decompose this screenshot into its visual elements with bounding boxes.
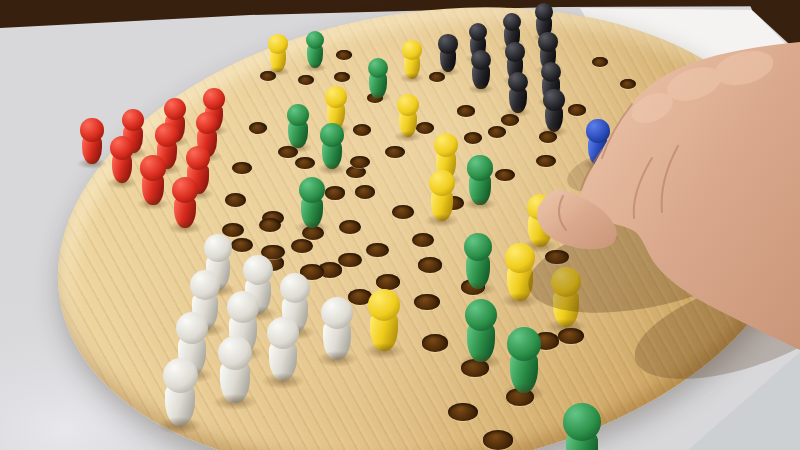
peg-head xyxy=(402,40,421,59)
peg-head xyxy=(368,58,388,78)
peg-head xyxy=(434,133,458,157)
board-hole[interactable] xyxy=(568,104,585,115)
peg-white[interactable] xyxy=(218,336,252,406)
board-hole[interactable] xyxy=(422,334,449,351)
peg-yellow[interactable] xyxy=(402,40,421,80)
peg-green[interactable] xyxy=(467,155,492,206)
peg-yellow[interactable] xyxy=(397,94,419,139)
board-hole[interactable] xyxy=(334,72,350,82)
board-hole[interactable] xyxy=(464,132,483,144)
peg-head xyxy=(471,50,491,70)
peg-head xyxy=(368,289,400,321)
peg-head xyxy=(429,170,455,196)
peg-red[interactable] xyxy=(80,118,103,166)
peg-head xyxy=(172,177,198,203)
peg-red[interactable] xyxy=(172,177,198,231)
peg-head xyxy=(535,3,553,21)
peg-blue[interactable] xyxy=(586,119,609,167)
peg-blue[interactable] xyxy=(587,187,614,242)
board-hole[interactable] xyxy=(392,205,413,219)
peg-head xyxy=(164,98,186,120)
board-hole[interactable] xyxy=(350,156,369,168)
peg-head xyxy=(438,34,457,53)
board-hole[interactable] xyxy=(592,57,607,67)
peg-head xyxy=(505,243,534,272)
peg-red[interactable] xyxy=(140,155,165,206)
board-hole[interactable] xyxy=(295,157,315,169)
peg-white[interactable] xyxy=(267,317,300,385)
peg-head xyxy=(467,155,492,180)
peg-head xyxy=(505,42,524,61)
peg-head xyxy=(503,13,521,31)
peg-head xyxy=(321,297,353,329)
peg-green[interactable] xyxy=(287,104,310,150)
board-hole[interactable] xyxy=(536,155,555,167)
board-hole[interactable] xyxy=(414,294,439,310)
board-hole[interactable] xyxy=(325,186,346,199)
board-hole[interactable] xyxy=(232,162,252,175)
board-hole[interactable] xyxy=(376,274,400,290)
peg-head xyxy=(507,327,541,361)
peg-green[interactable] xyxy=(299,177,325,231)
board-hole[interactable] xyxy=(483,430,514,450)
peg-head xyxy=(320,123,343,146)
peg-black[interactable] xyxy=(543,89,565,134)
peg-head xyxy=(465,299,497,331)
peg-head xyxy=(563,403,600,440)
peg-head xyxy=(543,89,565,111)
peg-green[interactable] xyxy=(563,403,600,450)
peg-head xyxy=(163,358,198,393)
peg-black[interactable] xyxy=(471,50,491,91)
peg-head xyxy=(203,88,225,110)
board-hole[interactable] xyxy=(338,253,361,268)
peg-green[interactable] xyxy=(465,299,497,365)
peg-white[interactable] xyxy=(321,297,353,363)
peg-head xyxy=(155,123,178,146)
peg-green[interactable] xyxy=(464,233,493,292)
peg-white[interactable] xyxy=(163,358,198,430)
peg-yellow[interactable] xyxy=(527,194,554,249)
peg-green[interactable] xyxy=(306,31,325,70)
board-hole[interactable] xyxy=(353,124,371,136)
board-hole[interactable] xyxy=(355,185,376,198)
peg-head xyxy=(243,255,273,285)
peg-head xyxy=(299,177,325,203)
peg-head xyxy=(538,32,557,51)
board-hole[interactable] xyxy=(488,126,506,138)
peg-red[interactable] xyxy=(110,136,134,185)
peg-head xyxy=(227,291,259,323)
photo-scene: chinese-checkers xyxy=(0,0,800,450)
peg-green[interactable] xyxy=(320,123,343,171)
peg-head xyxy=(397,94,419,116)
board-hole[interactable] xyxy=(336,50,351,60)
peg-head xyxy=(140,155,165,180)
board-hole[interactable] xyxy=(225,193,246,206)
peg-black[interactable] xyxy=(438,34,457,73)
peg-black[interactable] xyxy=(508,72,529,115)
board-hole[interactable] xyxy=(339,220,361,234)
peg-head xyxy=(110,136,134,160)
peg-yellow[interactable] xyxy=(268,34,287,73)
peg-yellow[interactable] xyxy=(368,289,400,354)
peg-head xyxy=(218,336,252,370)
peg-head xyxy=(268,34,287,53)
board-hole[interactable] xyxy=(385,146,404,158)
board-hole[interactable] xyxy=(457,105,474,116)
board-hole[interactable] xyxy=(418,257,442,272)
peg-head xyxy=(80,118,103,141)
board-hole[interactable] xyxy=(366,243,389,258)
peg-head xyxy=(586,119,609,142)
peg-yellow[interactable] xyxy=(429,170,455,223)
board-hole[interactable] xyxy=(259,218,281,232)
board-hole[interactable] xyxy=(249,122,267,134)
peg-head xyxy=(325,86,347,108)
peg-green[interactable] xyxy=(368,58,388,100)
peg-green[interactable] xyxy=(507,327,541,396)
peg-yellow[interactable] xyxy=(505,243,534,303)
peg-yellow[interactable] xyxy=(551,267,582,330)
board-hole[interactable] xyxy=(448,403,477,422)
